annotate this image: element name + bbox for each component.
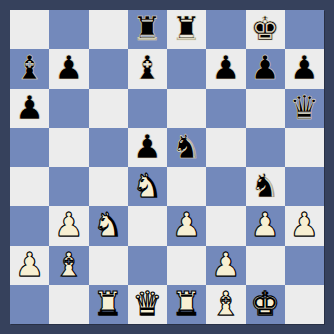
square-e3[interactable]: ♟ (167, 206, 206, 245)
square-d5[interactable]: ♟ (128, 128, 167, 167)
square-a8[interactable] (10, 10, 49, 49)
square-g6[interactable] (246, 89, 285, 128)
square-e1[interactable]: ♜ (167, 285, 206, 324)
chess-board: ♜♜♚♝♟♝♟♟♟♟♛♟♞♞♞♟♞♟♟♟♟♝♟♜♛♜♝♚ (10, 10, 324, 324)
square-g8[interactable]: ♚ (246, 10, 285, 49)
white-knight-c3[interactable]: ♞ (89, 206, 128, 245)
square-b2[interactable]: ♝ (49, 246, 88, 285)
black-pawn-a6[interactable]: ♟ (10, 89, 49, 128)
square-a2[interactable]: ♟ (10, 246, 49, 285)
black-bishop-d7[interactable]: ♝ (128, 49, 167, 88)
black-pawn-d5[interactable]: ♟ (128, 128, 167, 167)
square-f6[interactable] (206, 89, 245, 128)
white-pawn-b3[interactable]: ♟ (49, 206, 88, 245)
square-h5[interactable] (285, 128, 324, 167)
square-c7[interactable] (89, 49, 128, 88)
board-frame: ♜♜♚♝♟♝♟♟♟♟♛♟♞♞♞♟♞♟♟♟♟♝♟♜♛♜♝♚ (0, 0, 334, 334)
black-pawn-h7[interactable]: ♟ (285, 49, 324, 88)
black-rook-d8[interactable]: ♜ (128, 10, 167, 49)
square-h4[interactable] (285, 167, 324, 206)
square-d4[interactable]: ♞ (128, 167, 167, 206)
square-d8[interactable]: ♜ (128, 10, 167, 49)
square-g7[interactable]: ♟ (246, 49, 285, 88)
square-h7[interactable]: ♟ (285, 49, 324, 88)
square-e8[interactable]: ♜ (167, 10, 206, 49)
white-king-g1[interactable]: ♚ (246, 285, 285, 324)
square-a5[interactable] (10, 128, 49, 167)
square-f2[interactable]: ♟ (206, 246, 245, 285)
square-h3[interactable]: ♟ (285, 206, 324, 245)
square-e2[interactable] (167, 246, 206, 285)
square-f5[interactable] (206, 128, 245, 167)
square-e7[interactable] (167, 49, 206, 88)
square-h2[interactable] (285, 246, 324, 285)
square-b8[interactable] (49, 10, 88, 49)
white-pawn-f2[interactable]: ♟ (206, 246, 245, 285)
black-pawn-f7[interactable]: ♟ (206, 49, 245, 88)
square-e5[interactable]: ♞ (167, 128, 206, 167)
square-h6[interactable]: ♛ (285, 89, 324, 128)
square-g2[interactable] (246, 246, 285, 285)
square-b4[interactable] (49, 167, 88, 206)
square-h1[interactable] (285, 285, 324, 324)
square-a4[interactable] (10, 167, 49, 206)
square-b7[interactable]: ♟ (49, 49, 88, 88)
black-pawn-b7[interactable]: ♟ (49, 49, 88, 88)
square-b6[interactable] (49, 89, 88, 128)
square-a7[interactable]: ♝ (10, 49, 49, 88)
square-a6[interactable]: ♟ (10, 89, 49, 128)
black-rook-e8[interactable]: ♜ (167, 10, 206, 49)
square-c1[interactable]: ♜ (89, 285, 128, 324)
square-c5[interactable] (89, 128, 128, 167)
square-e4[interactable] (167, 167, 206, 206)
white-rook-e1[interactable]: ♜ (167, 285, 206, 324)
square-a1[interactable] (10, 285, 49, 324)
white-pawn-e3[interactable]: ♟ (167, 206, 206, 245)
square-e6[interactable] (167, 89, 206, 128)
white-bishop-b2[interactable]: ♝ (49, 246, 88, 285)
square-c8[interactable] (89, 10, 128, 49)
square-f4[interactable] (206, 167, 245, 206)
square-h8[interactable] (285, 10, 324, 49)
black-knight-e5[interactable]: ♞ (167, 128, 206, 167)
white-bishop-f1[interactable]: ♝ (206, 285, 245, 324)
square-d1[interactable]: ♛ (128, 285, 167, 324)
black-king-g8[interactable]: ♚ (246, 10, 285, 49)
square-g3[interactable]: ♟ (246, 206, 285, 245)
white-rook-c1[interactable]: ♜ (89, 285, 128, 324)
square-d6[interactable] (128, 89, 167, 128)
black-bishop-a7[interactable]: ♝ (10, 49, 49, 88)
square-f3[interactable] (206, 206, 245, 245)
square-a3[interactable] (10, 206, 49, 245)
square-f8[interactable] (206, 10, 245, 49)
square-b5[interactable] (49, 128, 88, 167)
square-c2[interactable] (89, 246, 128, 285)
square-c3[interactable]: ♞ (89, 206, 128, 245)
black-knight-g4[interactable]: ♞ (246, 167, 285, 206)
square-d3[interactable] (128, 206, 167, 245)
white-knight-d4[interactable]: ♞ (128, 167, 167, 206)
black-queen-h6[interactable]: ♛ (285, 89, 324, 128)
square-d7[interactable]: ♝ (128, 49, 167, 88)
square-g4[interactable]: ♞ (246, 167, 285, 206)
white-pawn-a2[interactable]: ♟ (10, 246, 49, 285)
white-pawn-h3[interactable]: ♟ (285, 206, 324, 245)
white-queen-d1[interactable]: ♛ (128, 285, 167, 324)
square-g1[interactable]: ♚ (246, 285, 285, 324)
square-f1[interactable]: ♝ (206, 285, 245, 324)
square-b1[interactable] (49, 285, 88, 324)
black-pawn-g7[interactable]: ♟ (246, 49, 285, 88)
square-f7[interactable]: ♟ (206, 49, 245, 88)
white-pawn-g3[interactable]: ♟ (246, 206, 285, 245)
square-c6[interactable] (89, 89, 128, 128)
square-d2[interactable] (128, 246, 167, 285)
square-c4[interactable] (89, 167, 128, 206)
square-g5[interactable] (246, 128, 285, 167)
square-b3[interactable]: ♟ (49, 206, 88, 245)
